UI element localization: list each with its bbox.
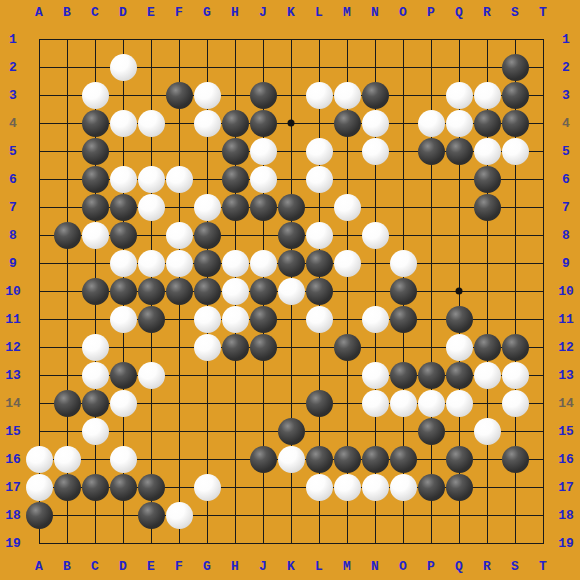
intersection-E12[interactable] [137, 333, 165, 361]
intersection-A15[interactable] [25, 417, 53, 445]
intersection-T11[interactable] [529, 305, 557, 333]
intersection-S12[interactable] [501, 333, 529, 361]
intersection-E9[interactable] [137, 249, 165, 277]
intersection-C10[interactable] [81, 277, 109, 305]
intersection-O18[interactable] [389, 501, 417, 529]
intersection-A10[interactable] [25, 277, 53, 305]
intersection-F4[interactable] [165, 109, 193, 137]
intersection-N15[interactable] [361, 417, 389, 445]
intersection-P6[interactable] [417, 165, 445, 193]
intersection-O10[interactable] [389, 277, 417, 305]
intersection-D17[interactable] [109, 473, 137, 501]
intersection-P7[interactable] [417, 193, 445, 221]
intersection-F7[interactable] [165, 193, 193, 221]
intersection-R19[interactable] [473, 529, 501, 557]
intersection-C6[interactable] [81, 165, 109, 193]
intersection-D9[interactable] [109, 249, 137, 277]
intersection-D8[interactable] [109, 221, 137, 249]
intersection-N16[interactable] [361, 445, 389, 473]
intersection-L5[interactable] [305, 137, 333, 165]
intersection-H6[interactable] [221, 165, 249, 193]
intersection-F8[interactable] [165, 221, 193, 249]
intersection-G10[interactable] [193, 277, 221, 305]
intersection-O12[interactable] [389, 333, 417, 361]
intersection-O3[interactable] [389, 81, 417, 109]
intersection-C14[interactable] [81, 389, 109, 417]
intersection-H19[interactable] [221, 529, 249, 557]
intersection-Q7[interactable] [445, 193, 473, 221]
intersection-E18[interactable] [137, 501, 165, 529]
intersection-G7[interactable] [193, 193, 221, 221]
intersection-B17[interactable] [53, 473, 81, 501]
intersection-H18[interactable] [221, 501, 249, 529]
intersection-Q2[interactable] [445, 53, 473, 81]
intersection-D10[interactable] [109, 277, 137, 305]
intersection-K6[interactable] [277, 165, 305, 193]
intersection-F17[interactable] [165, 473, 193, 501]
intersection-E13[interactable] [137, 361, 165, 389]
intersection-S7[interactable] [501, 193, 529, 221]
intersection-D15[interactable] [109, 417, 137, 445]
intersection-R6[interactable] [473, 165, 501, 193]
intersection-P3[interactable] [417, 81, 445, 109]
intersection-S6[interactable] [501, 165, 529, 193]
intersection-S14[interactable] [501, 389, 529, 417]
intersection-E1[interactable] [137, 25, 165, 53]
intersection-L14[interactable] [305, 389, 333, 417]
intersection-T4[interactable] [529, 109, 557, 137]
intersection-E6[interactable] [137, 165, 165, 193]
intersection-T1[interactable] [529, 25, 557, 53]
intersection-T16[interactable] [529, 445, 557, 473]
intersection-N18[interactable] [361, 501, 389, 529]
intersection-K7[interactable] [277, 193, 305, 221]
intersection-S4[interactable] [501, 109, 529, 137]
intersection-F1[interactable] [165, 25, 193, 53]
intersection-P5[interactable] [417, 137, 445, 165]
intersection-A12[interactable] [25, 333, 53, 361]
intersection-F19[interactable] [165, 529, 193, 557]
intersection-T18[interactable] [529, 501, 557, 529]
intersection-E8[interactable] [137, 221, 165, 249]
intersection-H4[interactable] [221, 109, 249, 137]
intersection-R9[interactable] [473, 249, 501, 277]
intersection-M11[interactable] [333, 305, 361, 333]
intersection-T9[interactable] [529, 249, 557, 277]
intersection-L2[interactable] [305, 53, 333, 81]
intersection-S11[interactable] [501, 305, 529, 333]
intersection-E14[interactable] [137, 389, 165, 417]
intersection-S5[interactable] [501, 137, 529, 165]
intersection-L19[interactable] [305, 529, 333, 557]
intersection-J2[interactable] [249, 53, 277, 81]
intersection-T12[interactable] [529, 333, 557, 361]
intersection-B13[interactable] [53, 361, 81, 389]
intersection-Q8[interactable] [445, 221, 473, 249]
intersection-S3[interactable] [501, 81, 529, 109]
intersection-C7[interactable] [81, 193, 109, 221]
intersection-N14[interactable] [361, 389, 389, 417]
intersection-F9[interactable] [165, 249, 193, 277]
intersection-N3[interactable] [361, 81, 389, 109]
intersection-Q4[interactable] [445, 109, 473, 137]
intersection-C19[interactable] [81, 529, 109, 557]
intersection-M6[interactable] [333, 165, 361, 193]
intersection-N19[interactable] [361, 529, 389, 557]
intersection-J1[interactable] [249, 25, 277, 53]
intersection-B6[interactable] [53, 165, 81, 193]
intersection-H7[interactable] [221, 193, 249, 221]
intersection-R13[interactable] [473, 361, 501, 389]
intersection-H14[interactable] [221, 389, 249, 417]
intersection-C16[interactable] [81, 445, 109, 473]
intersection-G4[interactable] [193, 109, 221, 137]
intersection-D19[interactable] [109, 529, 137, 557]
intersection-J17[interactable] [249, 473, 277, 501]
intersection-J15[interactable] [249, 417, 277, 445]
intersection-A18[interactable] [25, 501, 53, 529]
intersection-G18[interactable] [193, 501, 221, 529]
intersection-N11[interactable] [361, 305, 389, 333]
intersection-R11[interactable] [473, 305, 501, 333]
intersection-J18[interactable] [249, 501, 277, 529]
intersection-R3[interactable] [473, 81, 501, 109]
intersection-A11[interactable] [25, 305, 53, 333]
intersection-H3[interactable] [221, 81, 249, 109]
intersection-N7[interactable] [361, 193, 389, 221]
intersection-E19[interactable] [137, 529, 165, 557]
intersection-L4[interactable] [305, 109, 333, 137]
intersection-G12[interactable] [193, 333, 221, 361]
intersection-T2[interactable] [529, 53, 557, 81]
intersection-R17[interactable] [473, 473, 501, 501]
intersection-K13[interactable] [277, 361, 305, 389]
intersection-A9[interactable] [25, 249, 53, 277]
intersection-J4[interactable] [249, 109, 277, 137]
intersection-E16[interactable] [137, 445, 165, 473]
intersection-L12[interactable] [305, 333, 333, 361]
intersection-C4[interactable] [81, 109, 109, 137]
intersection-P9[interactable] [417, 249, 445, 277]
intersection-B11[interactable] [53, 305, 81, 333]
intersection-O14[interactable] [389, 389, 417, 417]
intersection-G13[interactable] [193, 361, 221, 389]
intersection-K15[interactable] [277, 417, 305, 445]
intersection-H16[interactable] [221, 445, 249, 473]
intersection-L7[interactable] [305, 193, 333, 221]
intersection-L11[interactable] [305, 305, 333, 333]
intersection-R16[interactable] [473, 445, 501, 473]
intersection-F2[interactable] [165, 53, 193, 81]
intersection-C1[interactable] [81, 25, 109, 53]
intersection-P11[interactable] [417, 305, 445, 333]
intersection-Q17[interactable] [445, 473, 473, 501]
intersection-A7[interactable] [25, 193, 53, 221]
intersection-S9[interactable] [501, 249, 529, 277]
intersection-H13[interactable] [221, 361, 249, 389]
intersection-H10[interactable] [221, 277, 249, 305]
intersection-B10[interactable] [53, 277, 81, 305]
intersection-L8[interactable] [305, 221, 333, 249]
intersection-K9[interactable] [277, 249, 305, 277]
intersection-K10[interactable] [277, 277, 305, 305]
intersection-R15[interactable] [473, 417, 501, 445]
intersection-M2[interactable] [333, 53, 361, 81]
intersection-B5[interactable] [53, 137, 81, 165]
intersection-D7[interactable] [109, 193, 137, 221]
intersection-M10[interactable] [333, 277, 361, 305]
intersection-T17[interactable] [529, 473, 557, 501]
intersection-J14[interactable] [249, 389, 277, 417]
intersection-O9[interactable] [389, 249, 417, 277]
intersection-T15[interactable] [529, 417, 557, 445]
intersection-N9[interactable] [361, 249, 389, 277]
intersection-C11[interactable] [81, 305, 109, 333]
intersection-E15[interactable] [137, 417, 165, 445]
intersection-E17[interactable] [137, 473, 165, 501]
intersection-L1[interactable] [305, 25, 333, 53]
intersection-B14[interactable] [53, 389, 81, 417]
intersection-P4[interactable] [417, 109, 445, 137]
intersection-H15[interactable] [221, 417, 249, 445]
intersection-R7[interactable] [473, 193, 501, 221]
intersection-L18[interactable] [305, 501, 333, 529]
intersection-G15[interactable] [193, 417, 221, 445]
intersection-N4[interactable] [361, 109, 389, 137]
intersection-J5[interactable] [249, 137, 277, 165]
intersection-A2[interactable] [25, 53, 53, 81]
intersection-E4[interactable] [137, 109, 165, 137]
intersection-D1[interactable] [109, 25, 137, 53]
intersection-S1[interactable] [501, 25, 529, 53]
intersection-B19[interactable] [53, 529, 81, 557]
intersection-M5[interactable] [333, 137, 361, 165]
intersection-K5[interactable] [277, 137, 305, 165]
intersection-G14[interactable] [193, 389, 221, 417]
intersection-T8[interactable] [529, 221, 557, 249]
intersection-L6[interactable] [305, 165, 333, 193]
intersection-D16[interactable] [109, 445, 137, 473]
intersection-P1[interactable] [417, 25, 445, 53]
intersection-N13[interactable] [361, 361, 389, 389]
intersection-R1[interactable] [473, 25, 501, 53]
intersection-Q15[interactable] [445, 417, 473, 445]
intersection-P16[interactable] [417, 445, 445, 473]
intersection-T3[interactable] [529, 81, 557, 109]
intersection-M16[interactable] [333, 445, 361, 473]
intersection-N2[interactable] [361, 53, 389, 81]
intersection-L13[interactable] [305, 361, 333, 389]
intersection-F11[interactable] [165, 305, 193, 333]
intersection-B2[interactable] [53, 53, 81, 81]
intersection-M4[interactable] [333, 109, 361, 137]
intersection-M3[interactable] [333, 81, 361, 109]
intersection-O4[interactable] [389, 109, 417, 137]
intersection-G5[interactable] [193, 137, 221, 165]
intersection-F10[interactable] [165, 277, 193, 305]
intersection-O1[interactable] [389, 25, 417, 53]
intersection-N8[interactable] [361, 221, 389, 249]
intersection-M13[interactable] [333, 361, 361, 389]
intersection-T6[interactable] [529, 165, 557, 193]
intersection-D11[interactable] [109, 305, 137, 333]
intersection-J6[interactable] [249, 165, 277, 193]
intersection-O13[interactable] [389, 361, 417, 389]
intersection-T19[interactable] [529, 529, 557, 557]
intersection-C13[interactable] [81, 361, 109, 389]
intersection-K14[interactable] [277, 389, 305, 417]
intersection-F14[interactable] [165, 389, 193, 417]
intersection-K4[interactable] [277, 109, 305, 137]
intersection-H5[interactable] [221, 137, 249, 165]
intersection-J9[interactable] [249, 249, 277, 277]
intersection-L16[interactable] [305, 445, 333, 473]
intersection-F3[interactable] [165, 81, 193, 109]
intersection-P19[interactable] [417, 529, 445, 557]
intersection-B4[interactable] [53, 109, 81, 137]
intersection-F5[interactable] [165, 137, 193, 165]
intersection-L17[interactable] [305, 473, 333, 501]
intersection-Q10[interactable] [445, 277, 473, 305]
intersection-G1[interactable] [193, 25, 221, 53]
intersection-Q11[interactable] [445, 305, 473, 333]
intersection-Q13[interactable] [445, 361, 473, 389]
intersection-A13[interactable] [25, 361, 53, 389]
intersection-H11[interactable] [221, 305, 249, 333]
intersection-S15[interactable] [501, 417, 529, 445]
intersection-M19[interactable] [333, 529, 361, 557]
intersection-J16[interactable] [249, 445, 277, 473]
intersection-E10[interactable] [137, 277, 165, 305]
intersection-E5[interactable] [137, 137, 165, 165]
intersection-D13[interactable] [109, 361, 137, 389]
intersection-A14[interactable] [25, 389, 53, 417]
intersection-K12[interactable] [277, 333, 305, 361]
intersection-O11[interactable] [389, 305, 417, 333]
intersection-P18[interactable] [417, 501, 445, 529]
intersection-K2[interactable] [277, 53, 305, 81]
intersection-D4[interactable] [109, 109, 137, 137]
intersection-P14[interactable] [417, 389, 445, 417]
intersection-A17[interactable] [25, 473, 53, 501]
intersection-S10[interactable] [501, 277, 529, 305]
intersection-C3[interactable] [81, 81, 109, 109]
intersection-C15[interactable] [81, 417, 109, 445]
intersection-D18[interactable] [109, 501, 137, 529]
intersection-A1[interactable] [25, 25, 53, 53]
intersection-L9[interactable] [305, 249, 333, 277]
intersection-P12[interactable] [417, 333, 445, 361]
intersection-M14[interactable] [333, 389, 361, 417]
intersection-Q9[interactable] [445, 249, 473, 277]
intersection-J11[interactable] [249, 305, 277, 333]
intersection-R2[interactable] [473, 53, 501, 81]
intersection-M18[interactable] [333, 501, 361, 529]
intersection-R8[interactable] [473, 221, 501, 249]
intersection-D5[interactable] [109, 137, 137, 165]
intersection-O16[interactable] [389, 445, 417, 473]
intersection-S16[interactable] [501, 445, 529, 473]
intersection-R14[interactable] [473, 389, 501, 417]
intersection-M17[interactable] [333, 473, 361, 501]
intersection-M9[interactable] [333, 249, 361, 277]
intersection-A19[interactable] [25, 529, 53, 557]
intersection-M12[interactable] [333, 333, 361, 361]
intersection-R10[interactable] [473, 277, 501, 305]
intersection-G19[interactable] [193, 529, 221, 557]
intersection-C18[interactable] [81, 501, 109, 529]
intersection-C12[interactable] [81, 333, 109, 361]
intersection-T10[interactable] [529, 277, 557, 305]
intersection-Q6[interactable] [445, 165, 473, 193]
intersection-O17[interactable] [389, 473, 417, 501]
intersection-H1[interactable] [221, 25, 249, 53]
intersection-K8[interactable] [277, 221, 305, 249]
intersection-H8[interactable] [221, 221, 249, 249]
intersection-E7[interactable] [137, 193, 165, 221]
intersection-A3[interactable] [25, 81, 53, 109]
intersection-G16[interactable] [193, 445, 221, 473]
intersection-T5[interactable] [529, 137, 557, 165]
intersection-J7[interactable] [249, 193, 277, 221]
intersection-Q14[interactable] [445, 389, 473, 417]
intersection-E11[interactable] [137, 305, 165, 333]
intersection-Q1[interactable] [445, 25, 473, 53]
intersection-O2[interactable] [389, 53, 417, 81]
intersection-N5[interactable] [361, 137, 389, 165]
intersection-E2[interactable] [137, 53, 165, 81]
intersection-H9[interactable] [221, 249, 249, 277]
intersection-P10[interactable] [417, 277, 445, 305]
intersection-B3[interactable] [53, 81, 81, 109]
intersection-B8[interactable] [53, 221, 81, 249]
intersection-C5[interactable] [81, 137, 109, 165]
intersection-G6[interactable] [193, 165, 221, 193]
intersection-A8[interactable] [25, 221, 53, 249]
intersection-M15[interactable] [333, 417, 361, 445]
intersection-K18[interactable] [277, 501, 305, 529]
intersection-A5[interactable] [25, 137, 53, 165]
intersection-Q16[interactable] [445, 445, 473, 473]
intersection-C17[interactable] [81, 473, 109, 501]
intersection-L3[interactable] [305, 81, 333, 109]
intersection-G17[interactable] [193, 473, 221, 501]
intersection-J12[interactable] [249, 333, 277, 361]
intersection-L15[interactable] [305, 417, 333, 445]
intersection-S17[interactable] [501, 473, 529, 501]
intersection-T7[interactable] [529, 193, 557, 221]
intersection-S13[interactable] [501, 361, 529, 389]
intersection-J8[interactable] [249, 221, 277, 249]
intersection-O8[interactable] [389, 221, 417, 249]
intersection-E3[interactable] [137, 81, 165, 109]
intersection-G11[interactable] [193, 305, 221, 333]
intersection-S8[interactable] [501, 221, 529, 249]
intersection-N1[interactable] [361, 25, 389, 53]
intersection-N12[interactable] [361, 333, 389, 361]
intersection-P15[interactable] [417, 417, 445, 445]
intersection-C8[interactable] [81, 221, 109, 249]
intersection-K19[interactable] [277, 529, 305, 557]
intersection-B18[interactable] [53, 501, 81, 529]
intersection-Q18[interactable] [445, 501, 473, 529]
intersection-D3[interactable] [109, 81, 137, 109]
intersection-P8[interactable] [417, 221, 445, 249]
intersection-D6[interactable] [109, 165, 137, 193]
intersection-J19[interactable] [249, 529, 277, 557]
intersection-C9[interactable] [81, 249, 109, 277]
intersection-F6[interactable] [165, 165, 193, 193]
